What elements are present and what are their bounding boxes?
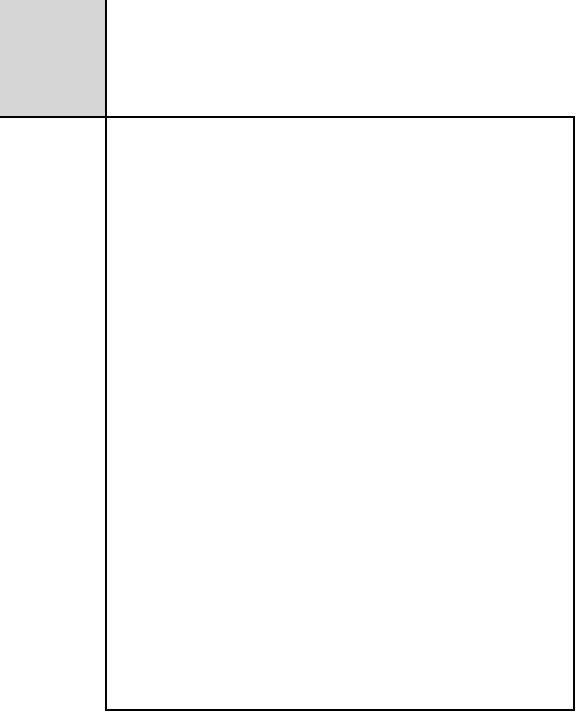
corner-watermark-box <box>0 0 107 118</box>
side-watermark <box>575 0 588 714</box>
puzzle-grid <box>107 118 575 710</box>
column-clues-area <box>107 0 575 118</box>
nonogram-puzzle <box>0 0 588 714</box>
row-clues-area <box>0 118 107 710</box>
